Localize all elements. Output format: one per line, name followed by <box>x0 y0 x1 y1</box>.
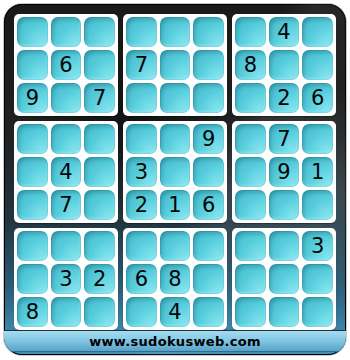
cell-r5c7[interactable] <box>235 157 266 187</box>
cell-r7c7[interactable] <box>235 231 266 261</box>
cell-r7c2[interactable] <box>51 231 82 261</box>
cell-r6c9[interactable] <box>302 190 333 220</box>
cell-r1c7[interactable] <box>235 17 266 47</box>
box-8: 684 <box>123 228 227 330</box>
box-7: 328 <box>14 228 118 330</box>
cell-r3c6[interactable] <box>193 83 224 113</box>
cell-r7c6[interactable] <box>193 231 224 261</box>
cell-r9c3[interactable] <box>84 297 115 327</box>
cell-r3c2[interactable] <box>51 83 82 113</box>
cell-r3c5[interactable] <box>160 83 191 113</box>
cell-r5c6[interactable] <box>193 157 224 187</box>
cell-r8c5[interactable]: 8 <box>160 264 191 294</box>
cell-r2c1[interactable] <box>17 50 48 80</box>
sudoku-board: 6977482647932167913286843 <box>14 14 336 330</box>
cell-r4c4[interactable] <box>126 124 157 154</box>
cell-r6c3[interactable] <box>84 190 115 220</box>
cell-r9c1[interactable]: 8 <box>17 297 48 327</box>
cell-r3c7[interactable] <box>235 83 266 113</box>
cell-r4c3[interactable] <box>84 124 115 154</box>
cell-r1c2[interactable] <box>51 17 82 47</box>
cell-r6c1[interactable] <box>17 190 48 220</box>
box-1: 697 <box>14 14 118 116</box>
cell-r3c9[interactable]: 6 <box>302 83 333 113</box>
cell-r2c8[interactable] <box>269 50 300 80</box>
cell-r1c9[interactable] <box>302 17 333 47</box>
cell-r9c4[interactable] <box>126 297 157 327</box>
cell-r5c8[interactable]: 9 <box>269 157 300 187</box>
cell-r2c5[interactable] <box>160 50 191 80</box>
cell-r4c5[interactable] <box>160 124 191 154</box>
cell-r9c7[interactable] <box>235 297 266 327</box>
cell-r1c6[interactable] <box>193 17 224 47</box>
cell-r7c1[interactable] <box>17 231 48 261</box>
cell-r2c7[interactable]: 8 <box>235 50 266 80</box>
cell-r9c5[interactable]: 4 <box>160 297 191 327</box>
cell-r8c7[interactable] <box>235 264 266 294</box>
sudoku-widget: 6977482647932167913286843 www.sudokusweb… <box>0 0 350 360</box>
cell-r4c2[interactable] <box>51 124 82 154</box>
cell-r5c2[interactable]: 4 <box>51 157 82 187</box>
cell-r4c1[interactable] <box>17 124 48 154</box>
cell-r3c1[interactable]: 9 <box>17 83 48 113</box>
cell-r3c3[interactable]: 7 <box>84 83 115 113</box>
cell-r1c1[interactable] <box>17 17 48 47</box>
cell-r2c9[interactable] <box>302 50 333 80</box>
cell-r9c8[interactable] <box>269 297 300 327</box>
box-4: 47 <box>14 121 118 223</box>
cell-r1c5[interactable] <box>160 17 191 47</box>
cell-r4c9[interactable] <box>302 124 333 154</box>
cell-r8c4[interactable]: 6 <box>126 264 157 294</box>
cell-r5c3[interactable] <box>84 157 115 187</box>
cell-r9c9[interactable] <box>302 297 333 327</box>
cell-r7c8[interactable] <box>269 231 300 261</box>
cell-r7c4[interactable] <box>126 231 157 261</box>
cell-r8c3[interactable]: 2 <box>84 264 115 294</box>
cell-r6c2[interactable]: 7 <box>51 190 82 220</box>
cell-r8c9[interactable] <box>302 264 333 294</box>
cell-r9c6[interactable] <box>193 297 224 327</box>
cell-r6c6[interactable]: 6 <box>193 190 224 220</box>
box-3: 4826 <box>232 14 336 116</box>
box-2: 7 <box>123 14 227 116</box>
cell-r4c6[interactable]: 9 <box>193 124 224 154</box>
cell-r5c5[interactable] <box>160 157 191 187</box>
cell-r8c2[interactable]: 3 <box>51 264 82 294</box>
cell-r2c6[interactable] <box>193 50 224 80</box>
cell-r4c8[interactable]: 7 <box>269 124 300 154</box>
cell-r4c7[interactable] <box>235 124 266 154</box>
cell-r1c8[interactable]: 4 <box>269 17 300 47</box>
cell-r1c4[interactable] <box>126 17 157 47</box>
cell-r7c3[interactable] <box>84 231 115 261</box>
cell-r8c1[interactable] <box>17 264 48 294</box>
cell-r6c5[interactable]: 1 <box>160 190 191 220</box>
board-frame: 6977482647932167913286843 www.sudokusweb… <box>4 4 346 355</box>
cell-r7c9[interactable]: 3 <box>302 231 333 261</box>
cell-r2c2[interactable]: 6 <box>51 50 82 80</box>
box-6: 791 <box>232 121 336 223</box>
cell-r3c4[interactable] <box>126 83 157 113</box>
cell-r6c4[interactable]: 2 <box>126 190 157 220</box>
cell-r2c4[interactable]: 7 <box>126 50 157 80</box>
footer-bar: www.sudokusweb.com <box>4 330 346 352</box>
cell-r5c1[interactable] <box>17 157 48 187</box>
cell-r7c5[interactable] <box>160 231 191 261</box>
cell-r3c8[interactable]: 2 <box>269 83 300 113</box>
cell-r9c2[interactable] <box>51 297 82 327</box>
cell-r6c8[interactable] <box>269 190 300 220</box>
cell-r5c9[interactable]: 1 <box>302 157 333 187</box>
cell-r1c3[interactable] <box>84 17 115 47</box>
cell-r8c8[interactable] <box>269 264 300 294</box>
box-9: 3 <box>232 228 336 330</box>
cell-r5c4[interactable]: 3 <box>126 157 157 187</box>
cell-r6c7[interactable] <box>235 190 266 220</box>
box-5: 93216 <box>123 121 227 223</box>
cell-r2c3[interactable] <box>84 50 115 80</box>
website-url[interactable]: www.sudokusweb.com <box>89 334 261 349</box>
cell-r8c6[interactable] <box>193 264 224 294</box>
